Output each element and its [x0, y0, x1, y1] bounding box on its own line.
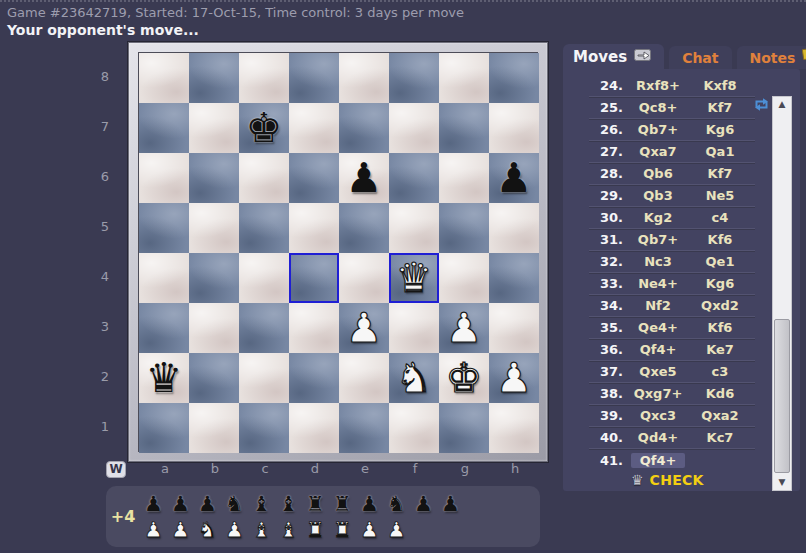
- square-f4[interactable]: ♛: [389, 253, 439, 303]
- page-top-dotted-border: [0, 0, 806, 2]
- square-h2[interactable]: ♟: [489, 353, 539, 403]
- square-g5[interactable]: [439, 203, 489, 253]
- move-list-scrollbar[interactable]: ▲ ▼: [772, 96, 792, 491]
- square-b7[interactable]: [189, 103, 239, 153]
- captured-black-pawn: ♟: [167, 491, 194, 517]
- captured-black-pawn: ♟: [194, 491, 221, 517]
- captured-black-rook: ♜: [329, 491, 356, 517]
- file-label-a: a: [140, 461, 190, 476]
- move-row: 41.Qf4+: [589, 449, 755, 471]
- square-g4[interactable]: [439, 253, 489, 303]
- black-move[interactable]: Kf7: [693, 100, 747, 115]
- move-number: 35.: [589, 320, 623, 335]
- square-d5[interactable]: [289, 203, 339, 253]
- square-g3[interactable]: ♟: [439, 303, 489, 353]
- move-row: 26.Qb7+Kg6: [589, 119, 755, 141]
- square-b6[interactable]: [189, 153, 239, 203]
- square-g1[interactable]: [439, 403, 489, 453]
- captured-black-knight: ♞: [383, 491, 410, 517]
- piece-white-queen[interactable]: ♛: [396, 258, 433, 299]
- crown-icon: ♛: [631, 472, 644, 488]
- white-move[interactable]: Qxe5: [631, 364, 685, 379]
- square-d8[interactable]: [289, 53, 339, 103]
- tab-moves[interactable]: Moves: [563, 44, 664, 69]
- square-e1[interactable]: [339, 403, 389, 453]
- black-move[interactable]: Qa1: [693, 144, 747, 159]
- square-b4[interactable]: [189, 253, 239, 303]
- piece-white-knight[interactable]: ♞: [396, 358, 433, 399]
- file-label-b: b: [190, 461, 240, 476]
- tab-moves-label: Moves: [573, 48, 627, 66]
- white-move[interactable]: Qf4+: [631, 342, 685, 357]
- chess-board-frame: ♚♟♟♛♟♟♛♞♚♟: [128, 42, 548, 462]
- square-a2[interactable]: ♛: [139, 353, 189, 403]
- captured-black-bishop: ♝: [275, 491, 302, 517]
- material-advantage: +4: [106, 507, 140, 526]
- square-c4[interactable]: [239, 253, 289, 303]
- black-move[interactable]: Ke7: [693, 342, 747, 357]
- scroll-up-arrow-icon[interactable]: ▲: [773, 97, 791, 112]
- move-row: 29.Qb3Ne5: [589, 185, 755, 207]
- black-move[interactable]: Kg6: [693, 122, 747, 137]
- move-row: 25.Qc8+Kf7: [589, 97, 755, 119]
- white-move[interactable]: Qf4+: [631, 453, 685, 468]
- black-move[interactable]: Kxf8: [693, 78, 747, 93]
- captured-white-pawn: ♟: [167, 517, 194, 543]
- square-b3[interactable]: [189, 303, 239, 353]
- file-label-h: h: [490, 461, 540, 476]
- tab-chat[interactable]: Chat: [669, 46, 731, 69]
- move-number: 36.: [589, 342, 623, 357]
- move-number: 41.: [589, 453, 623, 468]
- square-f2[interactable]: ♞: [389, 353, 439, 403]
- square-e4[interactable]: [339, 253, 389, 303]
- square-b2[interactable]: [189, 353, 239, 403]
- square-d3[interactable]: [289, 303, 339, 353]
- piece-white-pawn[interactable]: ♟: [496, 358, 533, 399]
- white-move[interactable]: Qb7+: [631, 122, 685, 137]
- tab-bar: Moves Chat Notes: [563, 44, 800, 69]
- square-e5[interactable]: [339, 203, 389, 253]
- move-row: 39.Qxc3Qxa2: [589, 405, 755, 427]
- captured-white-pawn: ♟: [356, 517, 383, 543]
- scroll-down-arrow-icon[interactable]: ▼: [773, 475, 791, 490]
- scrollbar-thumb[interactable]: [774, 319, 790, 473]
- square-a5[interactable]: [139, 203, 189, 253]
- move-row: 30.Kg2c4: [589, 207, 755, 229]
- square-h8[interactable]: [489, 53, 539, 103]
- black-move[interactable]: Kc7: [693, 430, 747, 445]
- captured-black-pawn: ♟: [140, 491, 167, 517]
- square-g2[interactable]: ♚: [439, 353, 489, 403]
- square-a3[interactable]: [139, 303, 189, 353]
- move-row: 33.Ne4+Kg6: [589, 273, 755, 295]
- captured-white-rook: ♜: [302, 517, 329, 543]
- move-row: 36.Qf4+Ke7: [589, 339, 755, 361]
- captured-white-pawn: ♟: [221, 517, 248, 543]
- square-e7[interactable]: [339, 103, 389, 153]
- white-move[interactable]: Qxg7+: [631, 386, 685, 401]
- file-label-e: e: [340, 461, 390, 476]
- square-a7[interactable]: [139, 103, 189, 153]
- captured-white-pieces: ♟♟♞♟♝♝♜♜♟♟: [140, 517, 464, 543]
- move-number: 27.: [589, 144, 623, 159]
- move-row: 32.Nc3Qe1: [589, 251, 755, 273]
- piece-white-king[interactable]: ♚: [446, 358, 483, 399]
- moves-panel: 24.Rxf8+Kxf825.Qc8+Kf726.Qb7+Kg627.Qxa7Q…: [563, 69, 800, 491]
- square-d4[interactable]: [289, 253, 339, 303]
- captured-white-pawn: ♟: [383, 517, 410, 543]
- square-f3[interactable]: [389, 303, 439, 353]
- tab-notes[interactable]: Notes: [737, 46, 806, 69]
- chess-board[interactable]: ♚♟♟♛♟♟♛♞♚♟: [138, 52, 538, 452]
- export-icon[interactable]: [634, 47, 652, 66]
- move-number: 29.: [589, 188, 623, 203]
- piece-white-pawn[interactable]: ♟: [446, 308, 483, 349]
- captured-white-rook: ♜: [329, 517, 356, 543]
- move-row: 38.Qxg7+Kd6: [589, 383, 755, 405]
- file-label-f: f: [390, 461, 440, 476]
- move-number: 26.: [589, 122, 623, 137]
- move-row: 27.Qxa7Qa1: [589, 141, 755, 163]
- move-number: 30.: [589, 210, 623, 225]
- check-label: CHECK: [650, 472, 704, 488]
- square-g7[interactable]: [439, 103, 489, 153]
- file-label-c: c: [240, 461, 290, 476]
- rank-label-6: 6: [94, 152, 116, 202]
- tab-chat-label: Chat: [682, 50, 718, 66]
- square-f1[interactable]: [389, 403, 439, 453]
- black-move[interactable]: Qe1: [693, 254, 747, 269]
- move-row: 28.Qb6Kf7: [589, 163, 755, 185]
- file-label-d: d: [290, 461, 340, 476]
- square-a6[interactable]: [139, 153, 189, 203]
- rank-label-8: 8: [94, 52, 116, 102]
- white-move[interactable]: Nf2: [631, 298, 685, 313]
- square-a1[interactable]: [139, 403, 189, 453]
- square-d7[interactable]: [289, 103, 339, 153]
- rank-label-1: 1: [94, 402, 116, 452]
- piece-black-pawn[interactable]: ♟: [346, 158, 383, 199]
- black-move[interactable]: Kf7: [693, 166, 747, 181]
- white-move[interactable]: Qb7+: [631, 232, 685, 247]
- file-labels: abcdefgh: [140, 461, 540, 476]
- square-h7[interactable]: [489, 103, 539, 153]
- square-a4[interactable]: [139, 253, 189, 303]
- move-number: 39.: [589, 408, 623, 423]
- black-move[interactable]: Qxd2: [693, 298, 747, 313]
- captured-black-knight: ♞: [221, 491, 248, 517]
- square-d1[interactable]: [289, 403, 339, 453]
- square-d6[interactable]: [289, 153, 339, 203]
- square-g8[interactable]: [439, 53, 489, 103]
- piece-black-king[interactable]: ♚: [246, 108, 283, 149]
- square-b5[interactable]: [189, 203, 239, 253]
- tab-notes-label: Notes: [750, 50, 796, 66]
- square-f7[interactable]: [389, 103, 439, 153]
- move-number: 38.: [589, 386, 623, 401]
- move-number: 34.: [589, 298, 623, 313]
- captured-white-pawn: ♟: [140, 517, 167, 543]
- captured-black-pawn: ♟: [410, 491, 437, 517]
- move-number: 33.: [589, 276, 623, 291]
- move-number: 25.: [589, 100, 623, 115]
- move-row: 31.Qb7+Kf6: [589, 229, 755, 251]
- square-b8[interactable]: [189, 53, 239, 103]
- square-h4[interactable]: [489, 253, 539, 303]
- sticky-notes-icon: [802, 48, 806, 67]
- captured-black-pieces: ♟♟♟♞♝♝♜♜♟♞♟♟: [140, 491, 464, 517]
- captured-white-bishop: ♝: [275, 517, 302, 543]
- white-move[interactable]: Qxa7: [631, 144, 685, 159]
- move-number: 37.: [589, 364, 623, 379]
- rank-label-2: 2: [94, 352, 116, 402]
- square-e3[interactable]: ♟: [339, 303, 389, 353]
- square-g6[interactable]: [439, 153, 489, 203]
- piece-black-pawn[interactable]: ♟: [496, 158, 533, 199]
- square-h5[interactable]: [489, 203, 539, 253]
- captured-black-rook: ♜: [302, 491, 329, 517]
- move-number: 40.: [589, 430, 623, 445]
- square-a8[interactable]: [139, 53, 189, 103]
- file-label-g: g: [440, 461, 490, 476]
- white-to-move-badge: W: [106, 461, 126, 478]
- move-row: 24.Rxf8+Kxf8: [589, 75, 755, 97]
- black-move[interactable]: Qxa2: [693, 408, 747, 423]
- black-move[interactable]: Kd6: [693, 386, 747, 401]
- move-row: 37.Qxe5c3: [589, 361, 755, 383]
- white-move[interactable]: Qb3: [631, 188, 685, 203]
- white-move[interactable]: Kg2: [631, 210, 685, 225]
- move-row: 35.Qe4+Kf6: [589, 317, 755, 339]
- square-c2[interactable]: [239, 353, 289, 403]
- square-e6[interactable]: ♟: [339, 153, 389, 203]
- right-panel: Moves Chat Notes 24.Rxf8+Kxf825.Qc8+Kf72…: [563, 44, 800, 491]
- move-number: 28.: [589, 166, 623, 181]
- white-move[interactable]: Qb6: [631, 166, 685, 181]
- captured-white-bishop: ♝: [248, 517, 275, 543]
- captured-black-pawn: ♟: [437, 491, 464, 517]
- captured-black-pawn: ♟: [356, 491, 383, 517]
- piece-white-pawn[interactable]: ♟: [346, 308, 383, 349]
- captured-black-bishop: ♝: [248, 491, 275, 517]
- square-h6[interactable]: ♟: [489, 153, 539, 203]
- square-c8[interactable]: [239, 53, 289, 103]
- square-c5[interactable]: [239, 203, 289, 253]
- square-f8[interactable]: [389, 53, 439, 103]
- move-number: 31.: [589, 232, 623, 247]
- square-c3[interactable]: [239, 303, 289, 353]
- move-number: 32.: [589, 254, 623, 269]
- piece-black-queen[interactable]: ♛: [146, 358, 183, 399]
- white-move[interactable]: Rxf8+: [631, 78, 685, 93]
- black-move[interactable]: c4: [693, 210, 747, 225]
- black-move[interactable]: Kf6: [693, 320, 747, 335]
- move-number: 24.: [589, 78, 623, 93]
- white-move[interactable]: Qxc3: [631, 408, 685, 423]
- game-info-line: Game #23642719, Started: 17-Oct-15, Time…: [7, 5, 464, 20]
- white-move[interactable]: Nc3: [631, 254, 685, 269]
- rank-labels: 87654321: [94, 52, 116, 452]
- game-status-text: Your opponent's move...: [7, 22, 199, 38]
- move-row: 34.Nf2Qxd2: [589, 295, 755, 317]
- square-f5[interactable]: [389, 203, 439, 253]
- white-move[interactable]: Ne4+: [631, 276, 685, 291]
- black-move[interactable]: c3: [693, 364, 747, 379]
- captured-pieces-tray: +4 ♟♟♟♞♝♝♜♜♟♞♟♟ ♟♟♞♟♝♝♜♜♟♟: [106, 486, 540, 547]
- white-move[interactable]: Qd4+: [631, 430, 685, 445]
- white-move[interactable]: Qc8+: [631, 100, 685, 115]
- move-list: 24.Rxf8+Kxf825.Qc8+Kf726.Qb7+Kg627.Qxa7Q…: [589, 75, 755, 471]
- square-c7[interactable]: ♚: [239, 103, 289, 153]
- rank-label-5: 5: [94, 202, 116, 252]
- square-e2[interactable]: [339, 353, 389, 403]
- rank-label-7: 7: [94, 102, 116, 152]
- square-h1[interactable]: [489, 403, 539, 453]
- square-h3[interactable]: [489, 303, 539, 353]
- black-move[interactable]: Kf6: [693, 232, 747, 247]
- rank-label-3: 3: [94, 302, 116, 352]
- rank-label-4: 4: [94, 252, 116, 302]
- square-c6[interactable]: [239, 153, 289, 203]
- flip-board-icon[interactable]: [754, 97, 769, 112]
- black-move[interactable]: Kg6: [693, 276, 747, 291]
- move-row: 40.Qd4+Kc7: [589, 427, 755, 449]
- square-e8[interactable]: [339, 53, 389, 103]
- square-c1[interactable]: [239, 403, 289, 453]
- white-move[interactable]: Qe4+: [631, 320, 685, 335]
- square-d2[interactable]: [289, 353, 339, 403]
- captured-white-knight: ♞: [194, 517, 221, 543]
- square-b1[interactable]: [189, 403, 239, 453]
- square-f6[interactable]: [389, 153, 439, 203]
- black-move[interactable]: Ne5: [693, 188, 747, 203]
